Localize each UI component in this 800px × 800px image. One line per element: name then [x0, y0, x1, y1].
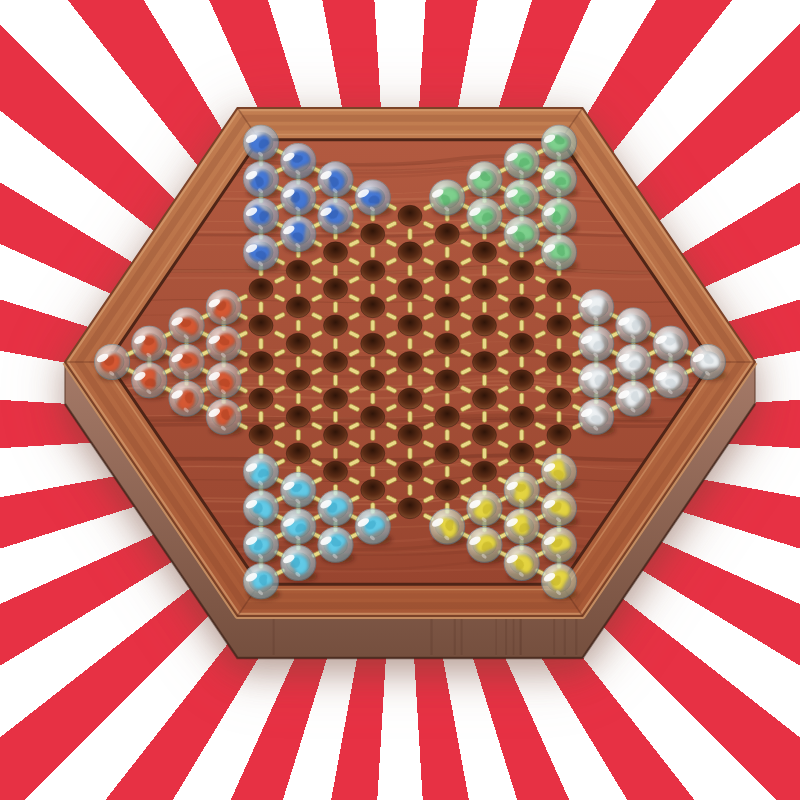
hole[interactable]: [249, 388, 273, 409]
brass-inlay-dash: [445, 430, 449, 441]
hole[interactable]: [249, 425, 273, 446]
brass-inlay-dash: [259, 338, 263, 349]
hole[interactable]: [398, 461, 422, 482]
brass-inlay-dash: [333, 265, 337, 276]
hole[interactable]: [398, 278, 422, 299]
brass-inlay-dash: [445, 466, 449, 477]
brass-inlay-dash: [333, 302, 337, 313]
brass-inlay-dash: [296, 320, 300, 331]
hole[interactable]: [324, 242, 348, 263]
brass-inlay-dash: [408, 484, 412, 495]
hole[interactable]: [361, 224, 385, 245]
brass-inlay-dash: [371, 283, 375, 294]
brass-inlay-dash: [259, 411, 263, 422]
hole[interactable]: [547, 425, 571, 446]
hole[interactable]: [510, 260, 534, 281]
hole[interactable]: [435, 370, 459, 391]
hole[interactable]: [472, 352, 496, 373]
hole[interactable]: [324, 388, 348, 409]
hole[interactable]: [435, 297, 459, 318]
brass-inlay-dash: [482, 338, 486, 349]
hole[interactable]: [472, 278, 496, 299]
brass-inlay-dash: [408, 375, 412, 386]
hole[interactable]: [249, 278, 273, 299]
hole[interactable]: [510, 443, 534, 464]
brass-inlay-dash: [408, 265, 412, 276]
hole[interactable]: [398, 242, 422, 263]
hole[interactable]: [286, 443, 310, 464]
brass-inlay-dash: [445, 320, 449, 331]
brass-inlay-dash: [333, 375, 337, 386]
brass-inlay-dash: [371, 430, 375, 441]
hole[interactable]: [398, 388, 422, 409]
hole[interactable]: [324, 425, 348, 446]
chinese-checkers-board: [0, 0, 800, 800]
brass-inlay-dash: [445, 357, 449, 368]
hole[interactable]: [361, 479, 385, 500]
hole[interactable]: [435, 479, 459, 500]
hole[interactable]: [286, 406, 310, 427]
brass-inlay-dash: [520, 320, 524, 331]
brass-inlay-dash: [371, 357, 375, 368]
brass-inlay-dash: [520, 430, 524, 441]
hole[interactable]: [286, 297, 310, 318]
hole[interactable]: [435, 333, 459, 354]
hole[interactable]: [361, 297, 385, 318]
brass-inlay-dash: [482, 411, 486, 422]
hole[interactable]: [398, 498, 422, 519]
hole[interactable]: [361, 406, 385, 427]
hole[interactable]: [361, 443, 385, 464]
brass-inlay-dash: [482, 448, 486, 459]
brass-inlay-dash: [333, 338, 337, 349]
hole[interactable]: [510, 333, 534, 354]
brass-inlay-dash: [520, 393, 524, 404]
brass-inlay-dash: [333, 448, 337, 459]
board-svg: [0, 0, 800, 800]
brass-inlay-dash: [408, 302, 412, 313]
hole[interactable]: [472, 388, 496, 409]
brass-inlay-dash: [520, 283, 524, 294]
brass-inlay-dash: [296, 393, 300, 404]
brass-inlay-dash: [408, 448, 412, 459]
brass-inlay-dash: [408, 338, 412, 349]
hole[interactable]: [324, 461, 348, 482]
brass-inlay-dash: [482, 302, 486, 313]
brass-inlay-dash: [371, 247, 375, 258]
hole[interactable]: [324, 278, 348, 299]
hole[interactable]: [286, 333, 310, 354]
hole[interactable]: [510, 370, 534, 391]
hole[interactable]: [249, 352, 273, 373]
brass-inlay-dash: [296, 357, 300, 368]
hole[interactable]: [435, 406, 459, 427]
hole[interactable]: [472, 425, 496, 446]
hole[interactable]: [547, 388, 571, 409]
brass-inlay-dash: [520, 357, 524, 368]
hole[interactable]: [361, 260, 385, 281]
brass-inlay-dash: [482, 265, 486, 276]
brass-inlay-dash: [557, 411, 561, 422]
brass-inlay-dash: [445, 247, 449, 258]
brass-inlay-dash: [333, 411, 337, 422]
brass-inlay-dash: [371, 393, 375, 404]
hole[interactable]: [435, 224, 459, 245]
hole[interactable]: [435, 443, 459, 464]
hole[interactable]: [547, 278, 571, 299]
hole[interactable]: [324, 315, 348, 336]
brass-inlay-dash: [557, 302, 561, 313]
hole[interactable]: [398, 352, 422, 373]
brass-inlay-dash: [557, 375, 561, 386]
brass-inlay-dash: [259, 375, 263, 386]
brass-inlay-dash: [445, 283, 449, 294]
brass-inlay-dash: [408, 229, 412, 240]
hole[interactable]: [361, 370, 385, 391]
brass-inlay-dash: [408, 411, 412, 422]
hole[interactable]: [361, 333, 385, 354]
brass-inlay-dash: [482, 375, 486, 386]
hole[interactable]: [547, 315, 571, 336]
brass-inlay-dash: [445, 393, 449, 404]
brass-inlay-dash: [371, 320, 375, 331]
hole[interactable]: [510, 297, 534, 318]
hole[interactable]: [249, 315, 273, 336]
brass-inlay-dash: [259, 302, 263, 313]
hole[interactable]: [398, 425, 422, 446]
hole[interactable]: [398, 205, 422, 226]
hole[interactable]: [472, 315, 496, 336]
hole[interactable]: [472, 242, 496, 263]
brass-inlay-dash: [557, 338, 561, 349]
brass-inlay-dash: [296, 283, 300, 294]
hole[interactable]: [435, 260, 459, 281]
hole[interactable]: [398, 315, 422, 336]
hole[interactable]: [324, 352, 348, 373]
hole[interactable]: [472, 461, 496, 482]
hole[interactable]: [286, 370, 310, 391]
brass-inlay-dash: [296, 430, 300, 441]
brass-inlay-dash: [371, 466, 375, 477]
hole[interactable]: [547, 352, 571, 373]
hole[interactable]: [286, 260, 310, 281]
hole[interactable]: [510, 406, 534, 427]
